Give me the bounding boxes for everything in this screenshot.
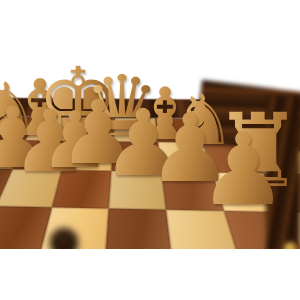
chess-set-photo: ♞♝♚♛♝♞♜♟♟♟♟♟♟♟: [0, 0, 300, 300]
white-crop-bottom: [0, 249, 300, 300]
piece-white-pawn-b2: ♟: [198, 120, 288, 220]
